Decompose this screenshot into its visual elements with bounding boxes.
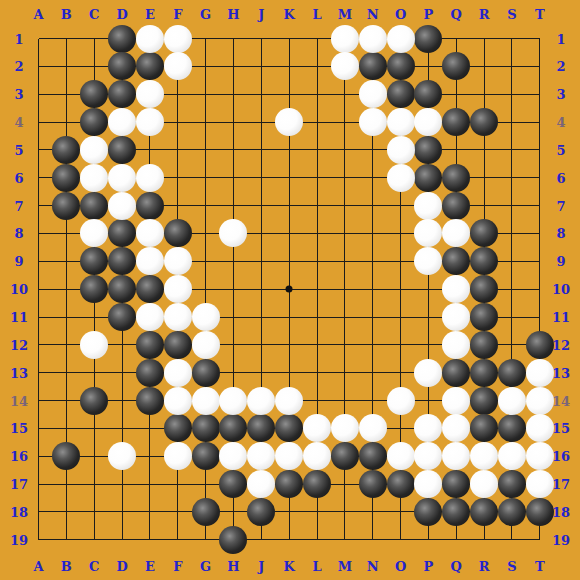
stone-white-F9: [164, 247, 192, 275]
stone-white-D6: [108, 164, 136, 192]
grid-line-horizontal: [39, 539, 540, 540]
row-label-right-14: 14: [552, 393, 570, 408]
stone-white-P13: [414, 359, 442, 387]
column-label-top-S: S: [507, 7, 516, 22]
stone-white-O5: [387, 136, 415, 164]
stone-white-S14: [498, 387, 526, 415]
stone-white-R16: [470, 442, 498, 470]
column-label-bottom-M: M: [338, 559, 352, 574]
stone-black-T12: [526, 331, 554, 359]
stone-black-R13: [470, 359, 498, 387]
column-label-bottom-G: G: [200, 559, 211, 574]
stone-white-F11: [164, 303, 192, 331]
stone-black-Q13: [442, 359, 470, 387]
stone-white-K16: [275, 442, 303, 470]
stone-black-J15: [247, 414, 275, 442]
stone-white-Q8: [442, 219, 470, 247]
stone-white-G14: [192, 387, 220, 415]
column-label-bottom-K: K: [283, 559, 294, 574]
stone-white-T14: [526, 387, 554, 415]
row-label-left-5: 5: [14, 142, 23, 157]
stone-black-P3: [414, 80, 442, 108]
stone-black-R8: [470, 219, 498, 247]
stone-white-H8: [219, 219, 247, 247]
column-label-bottom-T: T: [535, 559, 545, 574]
stone-black-E2: [136, 52, 164, 80]
column-label-bottom-N: N: [367, 559, 379, 574]
stone-white-P9: [414, 247, 442, 275]
stone-black-E14: [136, 387, 164, 415]
row-label-left-15: 15: [10, 421, 28, 436]
stone-black-H17: [219, 470, 247, 498]
row-label-left-12: 12: [10, 337, 28, 352]
stone-white-O6: [387, 164, 415, 192]
row-label-right-12: 12: [552, 337, 570, 352]
stone-black-O3: [387, 80, 415, 108]
column-label-bottom-C: C: [89, 559, 99, 574]
stone-white-N4: [359, 108, 387, 136]
stone-black-N17: [359, 470, 387, 498]
stone-white-M1: [331, 25, 359, 53]
row-label-left-16: 16: [10, 449, 28, 464]
row-label-left-14: 14: [10, 393, 28, 408]
stone-white-T15: [526, 414, 554, 442]
stone-black-Q6: [442, 164, 470, 192]
stone-black-E7: [136, 192, 164, 220]
stone-white-F14: [164, 387, 192, 415]
stone-black-Q7: [442, 192, 470, 220]
stone-white-G12: [192, 331, 220, 359]
row-label-left-18: 18: [10, 504, 28, 519]
stone-black-N16: [359, 442, 387, 470]
stone-white-Q15: [442, 414, 470, 442]
stone-white-Q12: [442, 331, 470, 359]
stone-black-S18: [498, 498, 526, 526]
column-label-bottom-F: F: [173, 559, 182, 574]
stone-black-D1: [108, 25, 136, 53]
stone-white-F13: [164, 359, 192, 387]
column-label-top-J: J: [258, 7, 264, 22]
stone-white-M15: [331, 414, 359, 442]
row-label-right-13: 13: [552, 365, 570, 380]
stone-white-F10: [164, 275, 192, 303]
stone-white-O16: [387, 442, 415, 470]
stone-white-P16: [414, 442, 442, 470]
column-label-top-H: H: [227, 7, 239, 22]
stone-black-K17: [275, 470, 303, 498]
row-label-right-5: 5: [556, 142, 565, 157]
row-label-left-17: 17: [10, 477, 28, 492]
column-label-bottom-Q: Q: [451, 559, 462, 574]
stone-black-D9: [108, 247, 136, 275]
stone-white-L16: [303, 442, 331, 470]
stone-black-L17: [303, 470, 331, 498]
star-point-K10: [286, 286, 293, 293]
row-label-right-18: 18: [552, 504, 570, 519]
stone-black-C3: [80, 80, 108, 108]
stone-black-D5: [108, 136, 136, 164]
stone-white-G11: [192, 303, 220, 331]
stone-white-D16: [108, 442, 136, 470]
column-label-top-T: T: [535, 7, 545, 22]
stone-black-S13: [498, 359, 526, 387]
stone-white-D7: [108, 192, 136, 220]
stone-white-E9: [136, 247, 164, 275]
stone-white-E4: [136, 108, 164, 136]
row-label-right-9: 9: [556, 254, 565, 269]
stone-white-C5: [80, 136, 108, 164]
row-label-left-8: 8: [14, 226, 23, 241]
column-label-bottom-B: B: [61, 559, 72, 574]
row-label-left-9: 9: [14, 254, 23, 269]
row-label-left-13: 13: [10, 365, 28, 380]
stone-white-H16: [219, 442, 247, 470]
stone-black-O17: [387, 470, 415, 498]
column-label-top-C: C: [89, 7, 99, 22]
stone-black-C10: [80, 275, 108, 303]
stone-white-F1: [164, 25, 192, 53]
column-label-top-Q: Q: [451, 7, 462, 22]
stone-white-O14: [387, 387, 415, 415]
column-label-top-P: P: [424, 7, 434, 22]
row-label-right-16: 16: [552, 449, 570, 464]
stone-white-O4: [387, 108, 415, 136]
stone-white-E3: [136, 80, 164, 108]
stone-black-R18: [470, 498, 498, 526]
stone-white-N15: [359, 414, 387, 442]
go-board[interactable]: AABBCCDDEEFFGGHHJJKKLLMMNNOOPPQQRRSSTT11…: [0, 0, 580, 580]
stone-black-R15: [470, 414, 498, 442]
stone-black-P5: [414, 136, 442, 164]
row-label-right-4: 4: [556, 115, 565, 130]
stone-black-F12: [164, 331, 192, 359]
column-label-top-L: L: [312, 7, 321, 22]
stone-white-P4: [414, 108, 442, 136]
stone-black-K15: [275, 414, 303, 442]
stone-white-J16: [247, 442, 275, 470]
stone-black-G13: [192, 359, 220, 387]
stone-white-J17: [247, 470, 275, 498]
stone-black-F15: [164, 414, 192, 442]
row-label-right-2: 2: [556, 59, 565, 74]
stone-white-K14: [275, 387, 303, 415]
stone-white-R17: [470, 470, 498, 498]
stone-black-D2: [108, 52, 136, 80]
row-label-right-11: 11: [552, 310, 570, 325]
stone-white-T16: [526, 442, 554, 470]
column-label-top-F: F: [173, 7, 182, 22]
stone-white-N1: [359, 25, 387, 53]
row-label-left-10: 10: [10, 282, 28, 297]
stone-black-G18: [192, 498, 220, 526]
stone-white-H14: [219, 387, 247, 415]
stone-white-F2: [164, 52, 192, 80]
column-label-bottom-P: P: [424, 559, 434, 574]
column-label-top-A: A: [33, 7, 43, 22]
column-label-bottom-J: J: [258, 559, 264, 574]
column-label-bottom-L: L: [312, 559, 321, 574]
row-label-left-7: 7: [14, 198, 23, 213]
stone-black-D11: [108, 303, 136, 331]
stone-black-C7: [80, 192, 108, 220]
stone-black-R11: [470, 303, 498, 331]
stone-black-B7: [52, 192, 80, 220]
stone-black-B6: [52, 164, 80, 192]
stone-white-Q16: [442, 442, 470, 470]
stone-black-P18: [414, 498, 442, 526]
stone-black-Q17: [442, 470, 470, 498]
row-label-left-4: 4: [14, 115, 23, 130]
stone-black-S17: [498, 470, 526, 498]
stone-white-D4: [108, 108, 136, 136]
stone-black-R10: [470, 275, 498, 303]
row-label-left-11: 11: [10, 310, 28, 325]
column-label-bottom-D: D: [116, 559, 127, 574]
stone-black-D8: [108, 219, 136, 247]
row-label-right-8: 8: [556, 226, 565, 241]
stone-white-P7: [414, 192, 442, 220]
stone-white-T13: [526, 359, 554, 387]
stone-white-Q10: [442, 275, 470, 303]
stone-black-H15: [219, 414, 247, 442]
column-label-top-O: O: [395, 7, 406, 22]
row-label-left-6: 6: [14, 170, 23, 185]
stone-black-C14: [80, 387, 108, 415]
stone-black-N2: [359, 52, 387, 80]
stone-white-Q14: [442, 387, 470, 415]
stone-black-B5: [52, 136, 80, 164]
stone-black-H19: [219, 526, 247, 554]
column-label-top-D: D: [116, 7, 127, 22]
stone-white-S16: [498, 442, 526, 470]
stone-black-D3: [108, 80, 136, 108]
stone-black-P6: [414, 164, 442, 192]
row-label-right-19: 19: [552, 532, 570, 547]
column-label-top-K: K: [283, 7, 294, 22]
column-label-top-G: G: [200, 7, 211, 22]
row-label-left-19: 19: [10, 532, 28, 547]
stone-black-Q4: [442, 108, 470, 136]
stone-black-F8: [164, 219, 192, 247]
stone-black-R14: [470, 387, 498, 415]
stone-white-N3: [359, 80, 387, 108]
column-label-bottom-R: R: [479, 559, 490, 574]
stone-white-E8: [136, 219, 164, 247]
stone-white-C8: [80, 219, 108, 247]
column-label-top-E: E: [145, 7, 155, 22]
column-label-top-N: N: [367, 7, 379, 22]
stone-white-T17: [526, 470, 554, 498]
stone-black-E10: [136, 275, 164, 303]
row-label-right-6: 6: [556, 170, 565, 185]
stone-black-O2: [387, 52, 415, 80]
column-label-bottom-H: H: [227, 559, 239, 574]
column-label-bottom-E: E: [145, 559, 155, 574]
stone-white-L15: [303, 414, 331, 442]
column-label-top-M: M: [338, 7, 352, 22]
stone-black-J18: [247, 498, 275, 526]
stone-black-M16: [331, 442, 359, 470]
row-label-left-1: 1: [14, 31, 23, 46]
stone-white-E11: [136, 303, 164, 331]
stone-black-E12: [136, 331, 164, 359]
stone-black-E13: [136, 359, 164, 387]
stone-black-B16: [52, 442, 80, 470]
row-label-left-2: 2: [14, 59, 23, 74]
stone-white-E6: [136, 164, 164, 192]
row-label-right-15: 15: [552, 421, 570, 436]
stone-black-R12: [470, 331, 498, 359]
row-label-right-17: 17: [552, 477, 570, 492]
row-label-right-7: 7: [556, 198, 565, 213]
stone-black-G15: [192, 414, 220, 442]
column-label-top-B: B: [61, 7, 72, 22]
stone-black-Q18: [442, 498, 470, 526]
row-label-left-3: 3: [14, 87, 23, 102]
stone-black-S15: [498, 414, 526, 442]
stone-black-C9: [80, 247, 108, 275]
column-label-bottom-O: O: [395, 559, 406, 574]
stone-white-P17: [414, 470, 442, 498]
stone-black-R9: [470, 247, 498, 275]
stone-black-G16: [192, 442, 220, 470]
row-label-right-3: 3: [556, 87, 565, 102]
stone-black-P1: [414, 25, 442, 53]
stone-white-P15: [414, 414, 442, 442]
stone-white-F16: [164, 442, 192, 470]
stone-white-O1: [387, 25, 415, 53]
stone-black-Q2: [442, 52, 470, 80]
stone-black-T18: [526, 498, 554, 526]
column-label-bottom-A: A: [33, 559, 43, 574]
stone-white-C6: [80, 164, 108, 192]
stone-white-K4: [275, 108, 303, 136]
column-label-bottom-S: S: [507, 559, 516, 574]
row-label-right-10: 10: [552, 282, 570, 297]
stone-white-Q11: [442, 303, 470, 331]
stone-white-J14: [247, 387, 275, 415]
stone-black-R4: [470, 108, 498, 136]
stone-white-E1: [136, 25, 164, 53]
stone-black-C4: [80, 108, 108, 136]
stone-black-Q9: [442, 247, 470, 275]
stone-white-P8: [414, 219, 442, 247]
column-label-top-R: R: [479, 7, 490, 22]
stone-white-C12: [80, 331, 108, 359]
stone-white-M2: [331, 52, 359, 80]
stone-black-D10: [108, 275, 136, 303]
row-label-right-1: 1: [556, 31, 565, 46]
